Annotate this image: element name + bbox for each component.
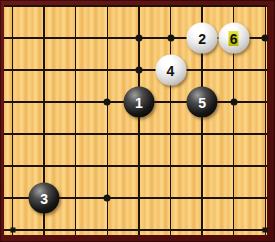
grid-line-horizontal-6: [4, 165, 267, 167]
grid-line-vertical-3: [75, 5, 77, 235]
stone-number: 2: [198, 31, 206, 45]
go-board-window: 264153: [0, 0, 275, 242]
stone-white-4[interactable]: 4: [155, 55, 186, 86]
grid-line-horizontal-8: [4, 229, 267, 231]
marker-dot: [230, 99, 237, 106]
stone-black-3[interactable]: 3: [29, 183, 60, 214]
marker-dot: [167, 35, 174, 42]
stone-black-5[interactable]: 5: [187, 87, 218, 118]
stone-number: 3: [40, 191, 48, 205]
marker-square: [263, 228, 268, 233]
marker-dot: [262, 35, 269, 42]
stone-white-2[interactable]: 2: [187, 23, 218, 54]
marker-dot: [135, 67, 142, 74]
stone-black-1[interactable]: 1: [123, 87, 154, 118]
stone-number: 1: [135, 95, 143, 109]
stone-number: 6: [230, 31, 238, 45]
marker-dot: [104, 99, 111, 106]
stone-white-6[interactable]: 6: [218, 23, 249, 54]
stone-number: 5: [198, 95, 206, 109]
grid-line-horizontal-1: [4, 5, 267, 7]
grid-line-vertical-1: [12, 5, 14, 235]
marker-dot: [135, 35, 142, 42]
marker-square: [10, 228, 15, 233]
marker-dot: [104, 195, 111, 202]
grid-line-horizontal-5: [4, 133, 267, 135]
go-board[interactable]: 264153: [4, 5, 267, 235]
stone-number: 4: [167, 63, 175, 77]
